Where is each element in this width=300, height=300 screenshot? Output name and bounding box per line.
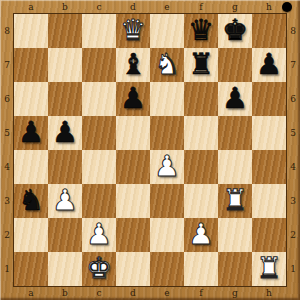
square-a8[interactable] [14, 14, 48, 48]
piece-white-pawn-c2[interactable]: ♟ [82, 218, 116, 252]
square-h2[interactable] [252, 218, 286, 252]
square-d3[interactable] [116, 184, 150, 218]
square-c5[interactable] [82, 116, 116, 150]
file-label-c-top: c [82, 0, 116, 14]
file-label-a-bottom: a [14, 286, 48, 300]
file-label-e-bottom: e [150, 286, 184, 300]
square-b8[interactable] [48, 14, 82, 48]
rank-label-5-left: 5 [0, 116, 14, 150]
file-label-e-top: e [150, 0, 184, 14]
square-d7[interactable]: ♝ [116, 48, 150, 82]
square-g8[interactable]: ♚ [218, 14, 252, 48]
piece-white-pawn-f2[interactable]: ♟ [184, 218, 218, 252]
file-label-g-bottom: g [218, 286, 252, 300]
square-b5[interactable]: ♟ [48, 116, 82, 150]
square-f8[interactable]: ♛ [184, 14, 218, 48]
square-f3[interactable] [184, 184, 218, 218]
piece-black-pawn-h7[interactable]: ♟ [252, 48, 286, 82]
rank-label-1-left: 1 [0, 252, 14, 286]
square-h5[interactable] [252, 116, 286, 150]
square-e4[interactable]: ♟ [150, 150, 184, 184]
square-f6[interactable] [184, 82, 218, 116]
rank-label-5-right: 5 [286, 116, 300, 150]
square-c3[interactable] [82, 184, 116, 218]
file-label-b-bottom: b [48, 286, 82, 300]
square-b4[interactable] [48, 150, 82, 184]
rank-label-4-right: 4 [286, 150, 300, 184]
file-label-d-bottom: d [116, 286, 150, 300]
square-g1[interactable] [218, 252, 252, 286]
square-h6[interactable] [252, 82, 286, 116]
square-e5[interactable] [150, 116, 184, 150]
rank-label-2-left: 2 [0, 218, 14, 252]
square-a6[interactable] [14, 82, 48, 116]
square-d2[interactable] [116, 218, 150, 252]
square-f5[interactable] [184, 116, 218, 150]
square-h7[interactable]: ♟ [252, 48, 286, 82]
piece-white-rook-g3[interactable]: ♜ [218, 184, 252, 218]
piece-white-king-c1[interactable]: ♚ [82, 252, 116, 286]
piece-black-pawn-a5[interactable]: ♟ [14, 116, 48, 150]
square-e3[interactable] [150, 184, 184, 218]
file-label-b-top: b [48, 0, 82, 14]
file-label-f-top: f [184, 0, 218, 14]
file-label-h-bottom: h [252, 286, 286, 300]
rank-label-8-right: 8 [286, 14, 300, 48]
square-e6[interactable] [150, 82, 184, 116]
square-e8[interactable] [150, 14, 184, 48]
square-b6[interactable] [48, 82, 82, 116]
square-g6[interactable]: ♟ [218, 82, 252, 116]
square-g4[interactable] [218, 150, 252, 184]
square-g2[interactable] [218, 218, 252, 252]
square-e1[interactable] [150, 252, 184, 286]
square-h4[interactable] [252, 150, 286, 184]
square-c1[interactable]: ♚ [82, 252, 116, 286]
square-f7[interactable]: ♜ [184, 48, 218, 82]
file-label-g-top: g [218, 0, 252, 14]
square-f2[interactable]: ♟ [184, 218, 218, 252]
square-a5[interactable]: ♟ [14, 116, 48, 150]
rank-label-7-right: 7 [286, 48, 300, 82]
file-label-f-bottom: f [184, 286, 218, 300]
piece-black-queen-f8[interactable]: ♛ [184, 14, 218, 48]
file-label-c-bottom: c [82, 286, 116, 300]
square-b7[interactable] [48, 48, 82, 82]
square-d8[interactable]: ♛ [116, 14, 150, 48]
piece-black-king-g8[interactable]: ♚ [218, 14, 252, 48]
file-label-d-top: d [116, 0, 150, 14]
square-c6[interactable] [82, 82, 116, 116]
rank-label-1-right: 1 [286, 252, 300, 286]
square-f4[interactable] [184, 150, 218, 184]
square-h8[interactable] [252, 14, 286, 48]
rank-label-7-left: 7 [0, 48, 14, 82]
square-h3[interactable] [252, 184, 286, 218]
piece-black-knight-a3[interactable]: ♞ [14, 184, 48, 218]
chess-board-frame: ♛♛♚♝♞♜♟♟♟♟♟♟♞♟♜♟♟♚♜ aabbccddeeffgghh8877… [0, 0, 300, 300]
rank-label-2-right: 2 [286, 218, 300, 252]
piece-black-pawn-d6[interactable]: ♟ [116, 82, 150, 116]
square-g3[interactable]: ♜ [218, 184, 252, 218]
file-label-a-top: a [14, 0, 48, 14]
piece-white-pawn-b3[interactable]: ♟ [48, 184, 82, 218]
square-c8[interactable] [82, 14, 116, 48]
square-c4[interactable] [82, 150, 116, 184]
square-g5[interactable] [218, 116, 252, 150]
piece-white-knight-e7[interactable]: ♞ [150, 48, 184, 82]
square-a4[interactable] [14, 150, 48, 184]
square-a3[interactable]: ♞ [14, 184, 48, 218]
piece-black-bishop-d7[interactable]: ♝ [116, 48, 150, 82]
piece-white-queen-d8[interactable]: ♛ [116, 14, 150, 48]
rank-label-6-right: 6 [286, 82, 300, 116]
square-e7[interactable]: ♞ [150, 48, 184, 82]
rank-label-6-left: 6 [0, 82, 14, 116]
piece-white-pawn-e4[interactable]: ♟ [150, 150, 184, 184]
square-d4[interactable] [116, 150, 150, 184]
rank-label-4-left: 4 [0, 150, 14, 184]
square-f1[interactable] [184, 252, 218, 286]
square-d5[interactable] [116, 116, 150, 150]
square-d1[interactable] [116, 252, 150, 286]
piece-black-rook-f7[interactable]: ♜ [184, 48, 218, 82]
rank-label-8-left: 8 [0, 14, 14, 48]
square-g7[interactable] [218, 48, 252, 82]
piece-white-rook-h1[interactable]: ♜ [252, 252, 286, 286]
piece-black-pawn-g6[interactable]: ♟ [218, 82, 252, 116]
square-c7[interactable] [82, 48, 116, 82]
square-b3[interactable]: ♟ [48, 184, 82, 218]
square-c2[interactable]: ♟ [82, 218, 116, 252]
square-b1[interactable] [48, 252, 82, 286]
square-e2[interactable] [150, 218, 184, 252]
piece-black-pawn-b5[interactable]: ♟ [48, 116, 82, 150]
file-label-h-top: h [252, 0, 286, 14]
chess-board: ♛♛♚♝♞♜♟♟♟♟♟♟♞♟♜♟♟♚♜ [14, 14, 286, 286]
rank-label-3-left: 3 [0, 184, 14, 218]
square-d6[interactable]: ♟ [116, 82, 150, 116]
square-a2[interactable] [14, 218, 48, 252]
square-b2[interactable] [48, 218, 82, 252]
square-h1[interactable]: ♜ [252, 252, 286, 286]
square-a1[interactable] [14, 252, 48, 286]
rank-label-3-right: 3 [286, 184, 300, 218]
square-a7[interactable] [14, 48, 48, 82]
